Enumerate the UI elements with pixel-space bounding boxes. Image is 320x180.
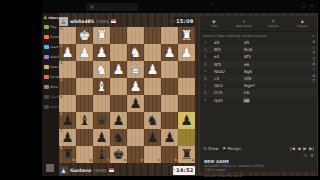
captured-piece-icon: ♙ <box>312 74 316 78</box>
move-number: 4. <box>204 62 213 66</box>
move-number: 5. <box>204 69 213 73</box>
sidebar-item-search[interactable]: Search <box>42 92 59 102</box>
top-player-rating: (1500) <box>96 19 109 24</box>
puzzles-icon <box>44 35 49 40</box>
rank-label: 2 <box>60 45 62 48</box>
play-icon <box>44 25 49 30</box>
tab-label: Play <box>211 24 217 28</box>
black-move[interactable]: Qf6 <box>243 76 252 81</box>
piece-wP: ♟ <box>93 44 110 61</box>
learn-icon <box>44 45 49 50</box>
file-label: d <box>141 159 143 162</box>
move-number: 1. <box>204 41 213 45</box>
resign-button[interactable]: ⚑ Resign <box>223 146 241 151</box>
square-e6[interactable]: ♟ <box>110 112 127 129</box>
opening-row[interactable]: Queen's Pawn Opening: London System ▾ <box>200 32 317 39</box>
square-c1[interactable] <box>144 27 161 44</box>
white-move[interactable]: c3 <box>213 76 220 81</box>
square-e5[interactable] <box>110 95 127 112</box>
more-icon <box>44 85 49 90</box>
piece-bP: ♟ <box>144 129 161 146</box>
bottom-player-avatar[interactable]: ♟ <box>59 166 68 175</box>
sidebar-item-settings[interactable]: Settings <box>42 102 59 112</box>
sidebar-item-label: Search <box>50 95 59 99</box>
rank-label: 8 <box>60 147 62 150</box>
move-number: 2. <box>204 48 213 52</box>
move-row: 8.O-Oh6 <box>200 89 317 96</box>
sidebar-item-news[interactable]: News <box>42 62 59 72</box>
file-label: b <box>175 159 177 162</box>
square-c6[interactable]: ♞ <box>144 112 161 129</box>
square-g2[interactable]: ♟ <box>76 44 93 61</box>
piece-wP: ♟ <box>161 44 178 61</box>
white-move[interactable]: e3 <box>213 54 220 59</box>
square-g6[interactable]: ♝ <box>76 112 93 129</box>
square-g1[interactable]: ♚ <box>76 27 93 44</box>
browser-chrome-bar: ^ – □ × <box>42 0 318 13</box>
white-move[interactable]: Qd3 <box>213 98 224 103</box>
captured-piece-icon: ♘ <box>312 46 316 50</box>
social-icon <box>44 75 49 80</box>
move-row: 6.c3Qf6 <box>200 75 317 82</box>
square-b1[interactable] <box>161 27 178 44</box>
top-player-name[interactable]: white485 <box>70 19 94 24</box>
news-icon <box>44 65 49 70</box>
square-c8[interactable]: c <box>144 146 161 163</box>
square-h6[interactable]: ♟6 <box>59 112 76 129</box>
sidebar: ♟ Chess.com PlayPuzzlesLearnWatchNewsSoc… <box>42 13 59 176</box>
square-g5[interactable] <box>76 95 93 112</box>
white-move[interactable]: Bf4 <box>213 47 222 52</box>
rank-label: 4 <box>60 79 62 82</box>
rank-label: 7 <box>60 130 62 133</box>
square-d6[interactable] <box>127 112 144 129</box>
captured-piece-icon: ♙ <box>312 40 316 44</box>
sidebar-item-play[interactable]: Play <box>42 22 59 32</box>
square-b5[interactable] <box>161 95 178 112</box>
square-b6[interactable] <box>161 112 178 129</box>
square-a2[interactable]: ♟ <box>178 44 195 61</box>
black-move[interactable]: a6 <box>243 98 250 103</box>
square-e3[interactable]: ♟ <box>110 61 127 78</box>
rank-label: 3 <box>60 62 62 65</box>
piece-wR: ♜ <box>93 27 110 44</box>
menu-icon[interactable]: ≡ <box>303 153 307 158</box>
move-row: 9.Qd3a6 <box>200 97 317 104</box>
move-nav: |◀◀▶▶| <box>290 146 314 151</box>
piece-wR: ♜ <box>178 27 195 44</box>
tab-new-game[interactable]: +New Game <box>229 16 258 31</box>
clock-icon: ◷ <box>171 19 175 23</box>
white-move[interactable]: Nbd2 <box>213 69 226 74</box>
square-g3[interactable] <box>76 61 93 78</box>
tab-label: Games <box>268 24 279 28</box>
white-move[interactable]: Qb3 <box>213 83 224 88</box>
piece-bP: ♟ <box>110 112 127 129</box>
bottom-player-flag-icon <box>109 168 114 172</box>
play-icon: ▶ <box>213 19 217 24</box>
move-row: 3.e3Bf5 <box>200 53 317 60</box>
square-c7[interactable]: ♟ <box>144 129 161 146</box>
file-label: c <box>158 159 160 162</box>
square-d7[interactable] <box>127 129 144 146</box>
settings-icon <box>44 105 49 110</box>
chat-area: NEW GAME white485 (1500) vs. Gustavo (15… <box>204 159 313 178</box>
white-move[interactable]: O-O <box>213 90 223 95</box>
sidebar-item-watch[interactable]: Watch <box>42 52 59 62</box>
black-move[interactable]: d5 <box>243 40 250 45</box>
square-b4[interactable] <box>161 78 178 95</box>
square-a1[interactable]: ♜ <box>178 27 195 44</box>
piece-wN: ♞ <box>93 61 110 78</box>
logo-pawn-icon: ♟ <box>43 15 47 20</box>
square-d3[interactable]: ♛ <box>127 61 144 78</box>
sidebar-item-learn[interactable]: Learn <box>42 42 59 52</box>
square-f2[interactable]: ♟ <box>93 44 110 61</box>
sidebar-item-label: Watch <box>50 55 59 59</box>
chat-line: (15|10 rapid) <box>204 168 313 172</box>
black-move[interactable]: Bg6 <box>243 69 253 74</box>
window-controls: – □ × <box>295 2 314 8</box>
sidebar-item-label: Play <box>50 25 57 29</box>
square-e1[interactable] <box>110 27 127 44</box>
new-game-icon: + <box>242 19 246 24</box>
bottom-player-clock: ◷ 14:52 <box>173 166 195 175</box>
captured-piece-icon: ♗ <box>312 51 316 55</box>
square-f6[interactable]: ♛ <box>93 112 110 129</box>
piece-wK: ♚ <box>76 27 93 44</box>
square-g8[interactable]: g <box>76 146 93 163</box>
square-d8[interactable]: d <box>127 146 144 163</box>
file-label: a <box>192 159 194 162</box>
chess-board: 1♚♜♜♟2♟♟♞♟♟3♞♟♛♟4♝♟5♟♟6♝♛♟♞♟♟7♟♞♟♟♜8hg♝f… <box>59 27 195 163</box>
piece-bP: ♟ <box>127 95 144 112</box>
piece-bP: ♟ <box>161 129 178 146</box>
minimize-icon[interactable]: – <box>295 2 298 8</box>
top-player-clock: ◷ 15:08 <box>173 17 195 26</box>
file-label: e <box>124 159 126 162</box>
chevron-down-icon: ▾ <box>312 34 314 38</box>
file-label: f <box>108 159 109 162</box>
move-row: 5.Nbd2Bg6 <box>200 68 317 75</box>
games-icon: ≡ <box>271 19 275 24</box>
square-h5[interactable]: 5 <box>59 95 76 112</box>
bottom-player-bar: ♟ Gustavo (1500) ◷ 14:52 <box>59 165 195 175</box>
nav-last-button[interactable]: ▶| <box>309 146 314 151</box>
square-a8[interactable]: ♜a <box>178 146 195 163</box>
clock-icon: ◷ <box>171 168 175 172</box>
gear-icon[interactable]: ⚙ <box>310 153 314 158</box>
square-d4[interactable]: ♟ <box>127 78 144 95</box>
square-h3[interactable]: 3 <box>59 61 76 78</box>
nav-back-button[interactable]: ◀ <box>297 146 300 151</box>
square-e7[interactable]: ♞ <box>110 129 127 146</box>
square-a7[interactable] <box>178 129 195 146</box>
piece-wP: ♟ <box>110 61 127 78</box>
square-h8[interactable]: ♜8h <box>59 146 76 163</box>
square-a3[interactable] <box>178 61 195 78</box>
move-row: 7.Qb3Nge7 <box>200 82 317 89</box>
close-icon[interactable]: × <box>310 2 314 8</box>
sidebar-item-label: Puzzles <box>50 35 59 39</box>
square-h7[interactable]: ♟7 <box>59 129 76 146</box>
tab-label: Players <box>297 24 308 28</box>
square-e2[interactable] <box>110 44 127 61</box>
file-label: h <box>73 159 75 162</box>
piece-wB: ♝ <box>93 78 110 95</box>
captured-pieces-strip: ♙♘♗♖♙♘♙♖ <box>312 40 316 83</box>
maximize-icon[interactable]: □ <box>301 2 306 8</box>
square-c3[interactable]: ♟ <box>144 61 161 78</box>
move-number: 7. <box>204 84 213 88</box>
piece-wP: ♟ <box>127 78 144 95</box>
chrome-chevron-icon: ^ <box>210 2 214 8</box>
square-d5[interactable]: ♟ <box>127 95 144 112</box>
chesscom-logo[interactable]: ♟ Chess.com <box>42 13 59 22</box>
nav-first-button[interactable]: |◀ <box>290 146 295 151</box>
captured-piece-icon: ♘ <box>312 68 316 72</box>
square-d1[interactable] <box>127 27 144 44</box>
piece-bP: ♟ <box>93 129 110 146</box>
tab-favicon-dot <box>90 5 94 9</box>
move-number: 6. <box>204 77 213 81</box>
sidebar-item-more[interactable]: More <box>42 82 59 92</box>
square-f4[interactable]: ♝ <box>93 78 110 95</box>
players-icon: ♟ <box>300 19 304 24</box>
square-e4[interactable] <box>110 78 127 95</box>
square-b7[interactable]: ♟ <box>161 129 178 146</box>
square-f1[interactable]: ♜ <box>93 27 110 44</box>
piece-wQ: ♛ <box>127 61 144 78</box>
black-move[interactable]: Nc6 <box>243 47 253 52</box>
sidebar-item-label: News <box>50 65 59 69</box>
watch-icon <box>44 55 49 60</box>
white-move[interactable]: Nf3 <box>213 62 222 67</box>
square-h2[interactable]: ♟2 <box>59 44 76 61</box>
captured-piece-icon: ♙ <box>312 62 316 66</box>
sidebar-item-label: Settings <box>50 105 59 109</box>
square-c2[interactable] <box>144 44 161 61</box>
sidebar-item-social[interactable]: Social <box>42 72 59 82</box>
black-move[interactable]: e6 <box>243 62 250 67</box>
piece-wN: ♞ <box>127 44 144 61</box>
sidebar-menu: PlayPuzzlesLearnWatchNewsSocialMoreSearc… <box>42 22 59 112</box>
square-a6[interactable]: ♟ <box>178 112 195 129</box>
sidebar-item-label: Learn <box>50 45 59 49</box>
sidebar-item-label: More <box>50 85 58 89</box>
move-row: 4.Nf3e6 <box>200 61 317 68</box>
sidebar-user-avatar[interactable] <box>46 164 54 172</box>
square-c4[interactable] <box>144 78 161 95</box>
square-d2[interactable]: ♞ <box>127 44 144 61</box>
search-icon <box>44 95 49 100</box>
square-f3[interactable]: ♞ <box>93 61 110 78</box>
piece-bB: ♝ <box>76 112 93 129</box>
move-list: 1.d4d52.Bf4Nc63.e3Bf54.Nf3e65.Nbd2Bg66.c… <box>200 39 317 104</box>
black-move[interactable]: h6 <box>243 90 250 95</box>
square-f8[interactable]: ♝f <box>93 146 110 163</box>
move-row: 2.Bf4Nc6 <box>200 46 317 53</box>
captured-piece-icon: ♖ <box>312 57 316 61</box>
piece-wP: ♟ <box>178 44 195 61</box>
tab-play[interactable]: ▶Play <box>200 16 229 31</box>
move-number: 3. <box>204 55 213 59</box>
move-number: 9. <box>204 98 213 102</box>
white-move[interactable]: d4 <box>213 40 220 45</box>
piece-wP: ♟ <box>144 61 161 78</box>
panel-extra-icons: ≡ ⚙ <box>303 153 314 158</box>
square-f5[interactable] <box>93 95 110 112</box>
piece-wP: ♟ <box>76 44 93 61</box>
rank-label: 5 <box>60 96 62 99</box>
move-row: 1.d4d5 <box>200 39 317 46</box>
square-g7[interactable] <box>76 129 93 146</box>
chat-status: Gustavo joined the game <box>204 174 313 178</box>
square-b3[interactable] <box>161 61 178 78</box>
piece-bN: ♞ <box>144 112 161 129</box>
opening-name: Queen's Pawn Opening: London System <box>203 34 311 38</box>
square-e8[interactable]: ♚e <box>110 146 127 163</box>
piece-bP: ♟ <box>178 112 195 129</box>
square-b2[interactable]: ♟ <box>161 44 178 61</box>
square-b8[interactable]: b <box>161 146 178 163</box>
square-a5[interactable] <box>178 95 195 112</box>
piece-bQ: ♛ <box>93 112 110 129</box>
screenshot-stage: ^ – □ × ♟ Chess.com PlayPuzzlesLearnWatc… <box>0 0 320 180</box>
square-h1[interactable]: 1 <box>59 27 76 44</box>
square-f7[interactable]: ♟ <box>93 129 110 146</box>
tab-players[interactable]: ♟Players <box>288 16 317 31</box>
captured-piece-icon: ♖ <box>312 79 316 83</box>
sidebar-item-label: Social <box>50 75 59 79</box>
top-player-flag-icon <box>111 19 116 23</box>
square-g4[interactable] <box>76 78 93 95</box>
rank-label: 1 <box>60 28 62 31</box>
panel-tabs: ▶Play+New Game≡Games♟Players <box>200 16 317 32</box>
tab-games[interactable]: ≡Games <box>259 16 288 31</box>
move-number: 8. <box>204 91 213 95</box>
top-player-bar: ♙ white485 (1500) ◷ 15:08 <box>59 16 195 26</box>
game-panel: ▶Play+New Game≡Games♟Players Queen's Paw… <box>200 16 317 172</box>
square-c5[interactable] <box>144 95 161 112</box>
file-label: g <box>90 159 92 162</box>
black-move[interactable]: Nge7 <box>243 83 256 88</box>
nav-forward-button[interactable]: ▶ <box>303 146 306 151</box>
tab-label: New Game <box>236 24 252 28</box>
draw-button[interactable]: ½ Draw <box>203 146 219 151</box>
sidebar-item-puzzles[interactable]: Puzzles <box>42 32 59 42</box>
black-move[interactable]: Bf5 <box>243 54 252 59</box>
bottom-player-name[interactable]: Gustavo <box>70 168 91 173</box>
bottom-player-rating: (1500) <box>93 168 106 173</box>
square-h4[interactable]: 4 <box>59 78 76 95</box>
game-controls: ½ Draw ⚑ Resign |◀◀▶▶| <box>200 143 317 153</box>
rank-label: 6 <box>60 113 62 116</box>
square-a4[interactable] <box>178 78 195 95</box>
piece-bN: ♞ <box>110 129 127 146</box>
top-player-avatar[interactable]: ♙ <box>59 17 68 26</box>
